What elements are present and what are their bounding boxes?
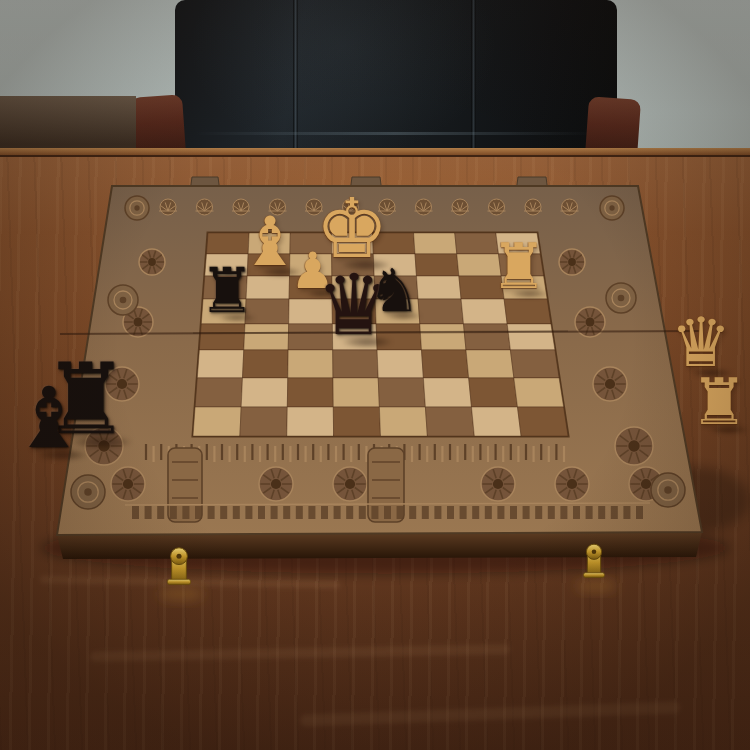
- piece-black-knight-e5[interactable]: ♞: [368, 261, 421, 320]
- square-a2[interactable]: [195, 378, 242, 407]
- square-b3[interactable]: [243, 350, 289, 378]
- square-c3[interactable]: [288, 350, 333, 378]
- square-h3[interactable]: [510, 350, 559, 378]
- square-g2[interactable]: [469, 378, 518, 407]
- square-e1[interactable]: [379, 407, 427, 436]
- square-a1[interactable]: [193, 407, 241, 436]
- square-f7[interactable]: [415, 254, 459, 276]
- square-e2[interactable]: [378, 378, 425, 407]
- piece-captured-white-rook[interactable]: ♜: [690, 370, 747, 434]
- photo-scene: ♚♝♟♜♛♞♜♜♝♛♜: [0, 0, 750, 750]
- square-h2[interactable]: [514, 378, 564, 407]
- piece-captured-black-bishop[interactable]: ♝: [11, 376, 86, 460]
- square-d3[interactable]: [333, 350, 379, 378]
- square-f3[interactable]: [422, 350, 469, 378]
- piece-white-rook-h6-h6[interactable]: ♜: [491, 235, 547, 298]
- square-a3[interactable]: [197, 350, 244, 378]
- square-f6[interactable]: [417, 276, 462, 299]
- square-f2[interactable]: [423, 378, 471, 407]
- square-g3[interactable]: [466, 350, 514, 378]
- square-d2[interactable]: [333, 378, 379, 407]
- square-e3[interactable]: [377, 350, 423, 378]
- square-c1[interactable]: [287, 407, 334, 436]
- square-f4[interactable]: [420, 324, 466, 350]
- square-b2[interactable]: [241, 378, 288, 407]
- square-a4[interactable]: [199, 324, 245, 350]
- square-f8[interactable]: [414, 233, 457, 254]
- square-g4[interactable]: [464, 324, 511, 350]
- square-f1[interactable]: [425, 407, 474, 436]
- square-g1[interactable]: [472, 407, 522, 436]
- square-c2[interactable]: [287, 378, 333, 407]
- square-h4[interactable]: [507, 324, 555, 350]
- piece-black-rook-a5-a5[interactable]: ♜: [199, 260, 255, 322]
- square-h1[interactable]: [518, 407, 569, 436]
- square-b4[interactable]: [244, 324, 289, 350]
- square-f5[interactable]: [418, 299, 463, 324]
- square-d1[interactable]: [333, 407, 380, 436]
- square-b1[interactable]: [240, 407, 287, 436]
